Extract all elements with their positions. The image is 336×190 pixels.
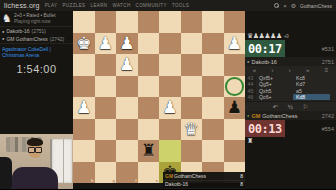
square-b7[interactable] [202, 140, 224, 162]
square-c1[interactable] [181, 11, 203, 33]
captured-pieces: ♛♟♟♟♟♟ [247, 32, 282, 40]
player-top-rating: 2751 [322, 59, 334, 65]
player-name[interactable]: GM GothamChess [6, 36, 47, 42]
overlay-player-score: 8 [240, 173, 243, 179]
material-advantage-value: +9 [284, 33, 289, 39]
tournament-clock: 1:54:00 [0, 63, 73, 75]
player-color-dot: ● [2, 29, 4, 34]
game-info-panel: ♞ 2+0 • Rated • Bullet Playing right now… [0, 11, 73, 134]
piece-white-pawn[interactable]: ♟ [116, 54, 138, 76]
piece-white-king[interactable]: ♚ [73, 33, 95, 55]
square-a2[interactable]: ♟ [224, 33, 246, 55]
move-white[interactable]: Qc6+ [256, 94, 293, 100]
menu-item-play[interactable]: PLAY [45, 3, 58, 8]
webcam-chair [0, 157, 12, 189]
square-g1[interactable] [95, 11, 117, 33]
tournament-rank-bottom: #554 [322, 126, 336, 132]
tournament-rank-top: #531 [322, 46, 336, 52]
username-menu[interactable]: GothamChess [300, 3, 332, 9]
square-c3[interactable] [181, 54, 203, 76]
square-d1[interactable] [159, 11, 181, 33]
online-dot: ● [247, 59, 249, 64]
clock-bottom-time: 00:13 [245, 120, 285, 137]
streamer-glasses [35, 147, 42, 153]
overlay-player-name: Dakotb-16 [165, 181, 188, 187]
player-bottom-title: GM [251, 113, 260, 119]
square-g6[interactable] [95, 119, 117, 141]
prev-move-icon[interactable]: ‹ [271, 67, 273, 73]
player-list-item: ●Dakotb-16(2751) [2, 28, 71, 34]
main-menu: PLAYPUZZLESLEARNWATCHCOMMUNITYTOOLS [45, 3, 189, 8]
game-meta-line1: 2+0 • Rated • Bullet [14, 13, 56, 18]
stream-score-overlay: GMGothamChess8Dakotb-168 [163, 172, 245, 189]
square-h6[interactable] [73, 119, 95, 141]
square-g3[interactable] [95, 54, 117, 76]
player-row-top: ● Dakotb-16 2751 [245, 57, 336, 66]
file-coord: e [156, 178, 158, 183]
move-black[interactable]: Kd8 [293, 94, 330, 100]
square-e5[interactable] [138, 97, 160, 119]
square-a3[interactable] [224, 54, 246, 76]
move-nav-bar: «‹›»≡ [245, 66, 336, 74]
game-meta-line2: Playing right now [14, 19, 56, 24]
square-g8[interactable]: g [95, 162, 117, 184]
player-list: ●Dakotb-16(2751)●GM GothamChess(2742) [0, 26, 73, 44]
clock-top-time: 00:17 [245, 40, 285, 57]
square-h3[interactable] [73, 54, 95, 76]
menu-item-watch[interactable]: WATCH [113, 3, 131, 8]
square-a6[interactable] [224, 119, 246, 141]
streamer-glasses [28, 147, 35, 153]
square-g5[interactable] [95, 97, 117, 119]
square-e4[interactable] [138, 76, 160, 98]
square-b6[interactable] [202, 119, 224, 141]
menu-icon[interactable]: ≡ [325, 67, 329, 73]
square-c7[interactable] [181, 140, 203, 162]
piece-black-pawn[interactable]: ♟ [224, 97, 246, 119]
player-bottom-name[interactable]: GothamChess [262, 113, 297, 119]
search-icon[interactable] [274, 3, 279, 8]
square-f5[interactable] [116, 97, 138, 119]
square-b5[interactable] [202, 97, 224, 119]
square-d7[interactable] [159, 140, 181, 162]
square-g4[interactable] [95, 76, 117, 98]
close-icon[interactable]: × [283, 3, 287, 9]
material-advantage-black: ♜ [245, 137, 336, 145]
piece-white-pawn[interactable]: ♟ [224, 33, 246, 55]
next-move-icon[interactable]: › [289, 67, 291, 73]
square-b4[interactable] [202, 76, 224, 98]
square-c2[interactable] [181, 33, 203, 55]
piece-white-pawn[interactable]: ♟ [73, 97, 95, 119]
online-dot: ● [247, 113, 249, 118]
move-hint-circle [225, 77, 244, 96]
move-list: 43Qxf5+Kc844Qg5+Kd745Qxh5a546Qc6+Kd8 [245, 74, 336, 101]
menu-item-community[interactable]: COMMUNITY [136, 3, 167, 8]
player-rating: (2751) [32, 28, 46, 34]
menu-item-learn[interactable]: LEARN [91, 3, 108, 8]
square-f7[interactable] [116, 140, 138, 162]
square-h8[interactable]: h [73, 162, 95, 184]
square-c4[interactable] [181, 76, 203, 98]
material-advantage-white: ♛♟♟♟♟♟ +9 [245, 32, 336, 40]
square-a5[interactable]: ♟ [224, 97, 246, 119]
header-right: × ⚙ GothamChess [274, 3, 332, 9]
square-h4[interactable] [73, 76, 95, 98]
square-e3[interactable] [138, 54, 160, 76]
square-f1[interactable] [116, 11, 138, 33]
game-action-bar: ↶½⚐ [245, 101, 336, 111]
move-black[interactable]: a5 [293, 88, 330, 94]
score-overlay-row: GMGothamChess8 [163, 172, 245, 181]
piece-white-pawn[interactable]: ♟ [116, 33, 138, 55]
square-a4[interactable] [224, 76, 246, 98]
move-row: 46Qc6+Kd8 [245, 94, 336, 100]
square-f4[interactable] [116, 76, 138, 98]
lichess-app: lichess.org PLAYPUZZLESLEARNWATCHCOMMUNI… [0, 0, 336, 189]
square-a7[interactable] [224, 140, 246, 162]
square-e8[interactable]: e [138, 162, 160, 184]
file-coord: g [113, 178, 115, 183]
square-f6[interactable] [116, 119, 138, 141]
streamer-hair [27, 138, 43, 146]
bullet-knight-icon: ♞ [2, 13, 12, 24]
square-d2[interactable] [159, 33, 181, 55]
square-h5[interactable]: ♟ [73, 97, 95, 119]
square-b1[interactable] [202, 11, 224, 33]
player-title: GM [165, 173, 173, 179]
game-meta: ♞ 2+0 • Rated • Bullet Playing right now [0, 11, 73, 25]
square-b3[interactable] [202, 54, 224, 76]
square-a1[interactable] [224, 11, 246, 33]
menu-item-puzzles[interactable]: PUZZLES [62, 3, 85, 8]
square-h1[interactable] [73, 11, 95, 33]
resign-flag-icon[interactable]: ⚐ [303, 104, 308, 110]
player-list-item: ●GM GothamChess(2742) [2, 36, 71, 42]
square-d6[interactable] [159, 119, 181, 141]
square-d3[interactable] [159, 54, 181, 76]
piece-white-pawn[interactable]: ♟ [95, 33, 117, 55]
player-name[interactable]: Dakotb-16 [6, 28, 29, 34]
square-e1[interactable] [138, 11, 160, 33]
square-g7[interactable] [95, 140, 117, 162]
piece-black-rook[interactable]: ♜ [138, 140, 160, 162]
menu-item-tools[interactable]: TOOLS [172, 3, 189, 8]
square-e2[interactable] [138, 33, 160, 55]
streamer-torso [12, 167, 58, 189]
clock-top: 00:17 #531 [245, 40, 336, 57]
streamer-webcam [0, 134, 73, 189]
square-c5[interactable] [181, 97, 203, 119]
square-b2[interactable] [202, 33, 224, 55]
top-nav-bar: lichess.org PLAYPUZZLESLEARNWATCHCOMMUNI… [0, 0, 336, 11]
player-top-name[interactable]: Dakotb-16 [251, 59, 276, 65]
first-move-icon[interactable]: « [253, 67, 256, 73]
square-f8[interactable]: f [116, 162, 138, 184]
chess-board[interactable]: ♚♟♟♟♟♟♟♟♛♜hgfe♚dcba [73, 11, 245, 183]
player-row-bottom: ● GM GothamChess 2742 [245, 111, 336, 120]
square-f2[interactable]: ♟ [116, 33, 138, 55]
player-rating: (2742) [50, 36, 64, 42]
draw-offer-icon[interactable]: ½ [288, 104, 293, 110]
clock-bottom: 00:13 #554 [245, 120, 336, 137]
square-e7[interactable]: ♜ [138, 140, 160, 162]
webcam-window-frame [63, 139, 64, 183]
gear-icon[interactable]: ⚙ [291, 3, 296, 9]
square-c6[interactable]: ♛ [181, 119, 203, 141]
square-f3[interactable]: ♟ [116, 54, 138, 76]
lichess-logo[interactable]: lichess.org [4, 2, 40, 9]
takeback-icon[interactable]: ↶ [273, 104, 278, 110]
captured-pieces: ♜ [247, 137, 253, 145]
piece-white-pawn[interactable]: ♟ [159, 97, 181, 119]
move-number: 46 [245, 94, 256, 100]
game-side-panel: ♛♟♟♟♟♟ +9 00:17 #531 ● Dakotb-16 2751 «‹… [245, 11, 336, 189]
tournament-link[interactable]: Agadmator CokeDell | Christmas Arena [0, 45, 73, 60]
last-move-icon[interactable]: » [306, 67, 309, 73]
square-d4[interactable] [159, 76, 181, 98]
square-g2[interactable]: ♟ [95, 33, 117, 55]
overlay-player-score: 8 [240, 181, 243, 187]
piece-white-queen[interactable]: ♛ [181, 119, 203, 141]
square-d5[interactable]: ♟ [159, 97, 181, 119]
square-h2[interactable]: ♚ [73, 33, 95, 55]
square-e6[interactable] [138, 119, 160, 141]
file-coord: h [91, 178, 93, 183]
score-overlay-row: Dakotb-168 [163, 181, 245, 190]
overlay-player-name: GothamChess [174, 173, 206, 179]
player-color-dot: ● [2, 36, 4, 41]
player-bottom-rating: 2742 [322, 113, 334, 119]
square-h7[interactable] [73, 140, 95, 162]
file-coord: f [135, 178, 136, 183]
